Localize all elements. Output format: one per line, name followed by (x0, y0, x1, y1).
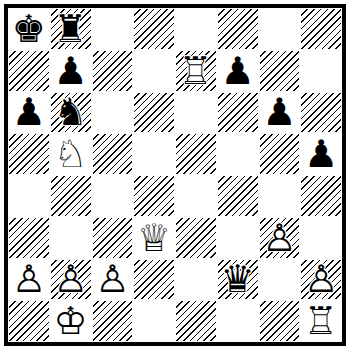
square-b1[interactable]: ♚♔ (50, 300, 92, 342)
square-h4[interactable] (300, 175, 342, 217)
square-d8[interactable] (133, 8, 175, 50)
square-e1[interactable] (175, 300, 217, 342)
square-h2[interactable]: ♟♙ (300, 259, 342, 301)
piece-white-knight[interactable]: ♞♘ (50, 133, 92, 175)
square-g4[interactable] (259, 175, 301, 217)
square-f7[interactable]: ♟♟ (217, 50, 259, 92)
piece-glyph: ♙ (300, 259, 342, 301)
square-g2[interactable] (259, 259, 301, 301)
piece-glyph: ♟ (50, 50, 92, 92)
square-e3[interactable] (175, 217, 217, 259)
square-f5[interactable] (217, 133, 259, 175)
square-a2[interactable]: ♟♙ (8, 259, 50, 301)
square-d3[interactable]: ♛♕ (133, 217, 175, 259)
square-b6[interactable]: ♞♞ (50, 92, 92, 134)
square-d4[interactable] (133, 175, 175, 217)
square-a1[interactable] (8, 300, 50, 342)
piece-glyph: ♛ (217, 259, 259, 301)
piece-glyph: ♟ (217, 50, 259, 92)
square-h1[interactable]: ♜♖ (300, 300, 342, 342)
square-f8[interactable] (217, 8, 259, 50)
square-g8[interactable] (259, 8, 301, 50)
piece-black-king[interactable]: ♚♚ (8, 8, 50, 50)
piece-glyph: ♟ (259, 92, 301, 134)
square-a7[interactable] (8, 50, 50, 92)
square-f2[interactable]: ♛♛ (217, 259, 259, 301)
square-c6[interactable] (92, 92, 134, 134)
piece-white-king[interactable]: ♚♔ (50, 300, 92, 342)
square-e6[interactable] (175, 92, 217, 134)
square-a3[interactable] (8, 217, 50, 259)
square-f4[interactable] (217, 175, 259, 217)
square-a8[interactable]: ♚♚ (8, 8, 50, 50)
piece-glyph: ♔ (50, 300, 92, 342)
piece-white-pawn[interactable]: ♟♙ (259, 217, 301, 259)
square-b5[interactable]: ♞♘ (50, 133, 92, 175)
square-e7[interactable]: ♜♖ (175, 50, 217, 92)
square-h8[interactable] (300, 8, 342, 50)
board-frame: ♚♚♜♜♟♟♜♖♟♟♟♟♞♞♟♟♞♘♟♟♛♕♟♙♟♙♟♙♟♙♛♛♟♙♚♔♜♖ (4, 4, 346, 346)
square-g1[interactable] (259, 300, 301, 342)
chess-diagram-page: ♚♚♜♜♟♟♜♖♟♟♟♟♞♞♟♟♞♘♟♟♛♕♟♙♟♙♟♙♟♙♛♛♟♙♚♔♜♖ (0, 0, 350, 350)
piece-white-rook[interactable]: ♜♖ (175, 50, 217, 92)
square-c4[interactable] (92, 175, 134, 217)
piece-black-pawn[interactable]: ♟♟ (50, 50, 92, 92)
piece-glyph: ♞ (50, 92, 92, 134)
piece-black-queen[interactable]: ♛♛ (217, 259, 259, 301)
square-e5[interactable] (175, 133, 217, 175)
piece-white-queen[interactable]: ♛♕ (133, 217, 175, 259)
piece-white-rook[interactable]: ♜♖ (300, 300, 342, 342)
square-g6[interactable]: ♟♟ (259, 92, 301, 134)
square-b7[interactable]: ♟♟ (50, 50, 92, 92)
piece-black-pawn[interactable]: ♟♟ (8, 92, 50, 134)
square-g7[interactable] (259, 50, 301, 92)
piece-black-pawn[interactable]: ♟♟ (259, 92, 301, 134)
piece-glyph: ♟ (8, 92, 50, 134)
square-c8[interactable] (92, 8, 134, 50)
square-a6[interactable]: ♟♟ (8, 92, 50, 134)
square-b3[interactable] (50, 217, 92, 259)
square-e4[interactable] (175, 175, 217, 217)
piece-white-pawn[interactable]: ♟♙ (300, 259, 342, 301)
square-d2[interactable] (133, 259, 175, 301)
square-b2[interactable]: ♟♙ (50, 259, 92, 301)
piece-black-knight[interactable]: ♞♞ (50, 92, 92, 134)
square-f1[interactable] (217, 300, 259, 342)
square-c1[interactable] (92, 300, 134, 342)
square-h6[interactable] (300, 92, 342, 134)
square-a4[interactable] (8, 175, 50, 217)
piece-glyph: ♖ (175, 50, 217, 92)
piece-black-pawn[interactable]: ♟♟ (217, 50, 259, 92)
square-c5[interactable] (92, 133, 134, 175)
square-e2[interactable] (175, 259, 217, 301)
square-a5[interactable] (8, 133, 50, 175)
piece-white-pawn[interactable]: ♟♙ (50, 259, 92, 301)
piece-glyph: ♚ (8, 8, 50, 50)
square-c2[interactable]: ♟♙ (92, 259, 134, 301)
square-f3[interactable] (217, 217, 259, 259)
square-d6[interactable] (133, 92, 175, 134)
square-c3[interactable] (92, 217, 134, 259)
piece-glyph: ♖ (300, 300, 342, 342)
square-d5[interactable] (133, 133, 175, 175)
square-c7[interactable] (92, 50, 134, 92)
piece-black-rook[interactable]: ♜♜ (50, 8, 92, 50)
square-f6[interactable] (217, 92, 259, 134)
square-e8[interactable] (175, 8, 217, 50)
piece-glyph: ♟ (300, 133, 342, 175)
square-d1[interactable] (133, 300, 175, 342)
square-g5[interactable] (259, 133, 301, 175)
piece-black-pawn[interactable]: ♟♟ (300, 133, 342, 175)
piece-glyph: ♕ (133, 217, 175, 259)
chess-board: ♚♚♜♜♟♟♜♖♟♟♟♟♞♞♟♟♞♘♟♟♛♕♟♙♟♙♟♙♟♙♛♛♟♙♚♔♜♖ (8, 8, 342, 342)
piece-glyph: ♘ (50, 133, 92, 175)
square-g3[interactable]: ♟♙ (259, 217, 301, 259)
piece-white-pawn[interactable]: ♟♙ (8, 259, 50, 301)
square-h5[interactable]: ♟♟ (300, 133, 342, 175)
piece-white-pawn[interactable]: ♟♙ (92, 259, 134, 301)
square-d7[interactable] (133, 50, 175, 92)
square-b8[interactable]: ♜♜ (50, 8, 92, 50)
square-h3[interactable] (300, 217, 342, 259)
piece-glyph: ♙ (8, 259, 50, 301)
piece-glyph: ♙ (50, 259, 92, 301)
piece-glyph: ♙ (259, 217, 301, 259)
piece-glyph: ♜ (50, 8, 92, 50)
piece-glyph: ♙ (92, 259, 134, 301)
square-h7[interactable] (300, 50, 342, 92)
square-b4[interactable] (50, 175, 92, 217)
